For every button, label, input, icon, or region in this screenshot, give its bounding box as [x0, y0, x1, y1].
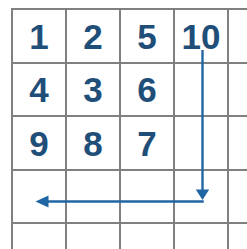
- grid-cell-number: 3: [67, 64, 119, 116]
- grid-cell-empty: [67, 224, 119, 249]
- grid-cell-empty: [175, 171, 227, 223]
- grid-cell-number: 8: [67, 117, 119, 169]
- grid-cell-number: 7: [121, 117, 173, 169]
- grid-cell-number: 5: [121, 10, 173, 62]
- grid-cell-empty: [13, 171, 65, 223]
- grid-cell-empty: [67, 171, 119, 223]
- grid-cell-number: 9: [13, 117, 65, 169]
- grid-cell-empty: [13, 224, 65, 249]
- grid-cell-number: 4: [13, 64, 65, 116]
- grid-cell-number: 6: [121, 64, 173, 116]
- grid-cell-empty: [229, 10, 247, 62]
- number-grid: 12510436987: [11, 8, 247, 249]
- grid-cell-number: 10: [175, 10, 227, 62]
- grid-cell-empty: [121, 171, 173, 223]
- grid-cell-empty: [229, 224, 247, 249]
- grid-cell-empty: [175, 224, 227, 249]
- grid-cell-empty: [175, 64, 227, 116]
- grid-cell-empty: [229, 117, 247, 169]
- grid-cell-number: 1: [13, 10, 65, 62]
- grid-cell-empty: [229, 171, 247, 223]
- grid-cell-empty: [175, 117, 227, 169]
- grid-cell-number: 2: [67, 10, 119, 62]
- grid-cell-empty: [229, 64, 247, 116]
- grid-cell-empty: [121, 224, 173, 249]
